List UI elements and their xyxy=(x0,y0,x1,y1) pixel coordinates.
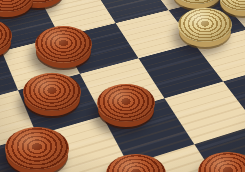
checker-piece-red-r1[interactable] xyxy=(0,0,34,12)
checker-piece-cream-w2[interactable] xyxy=(172,0,222,4)
checker-piece-red-r9[interactable] xyxy=(198,152,245,172)
checker-piece-cream-w3[interactable] xyxy=(219,0,245,11)
checker-piece-red-r7[interactable] xyxy=(97,84,155,122)
checker-piece-red-r6[interactable] xyxy=(5,127,69,170)
checker-piece-cream-w1[interactable] xyxy=(178,8,232,42)
checkers-photo xyxy=(0,0,245,172)
checker-piece-red-r5[interactable] xyxy=(23,73,81,111)
pieces-layer xyxy=(0,0,245,172)
checker-piece-red-r3[interactable] xyxy=(0,19,12,53)
checker-piece-red-r8[interactable] xyxy=(106,154,166,172)
checker-piece-red-r4[interactable] xyxy=(35,26,92,63)
